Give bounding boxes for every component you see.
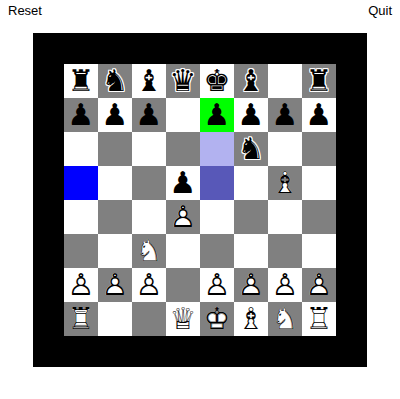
piece-outline: ♙ — [64, 268, 98, 302]
square-c4[interactable] — [132, 200, 166, 234]
square-d8[interactable]: ♛ — [166, 64, 200, 98]
piece-white-king[interactable]: ♚♔ — [200, 302, 234, 336]
piece-white-bishop[interactable]: ♝♗ — [234, 302, 268, 336]
square-b7[interactable]: ♟ — [98, 98, 132, 132]
square-d6[interactable] — [166, 132, 200, 166]
square-b8[interactable]: ♞ — [98, 64, 132, 98]
piece-black-king[interactable]: ♚ — [200, 64, 234, 98]
square-c6[interactable] — [132, 132, 166, 166]
piece-outline: ♙ — [302, 268, 336, 302]
piece-black-pawn[interactable]: ♟ — [268, 98, 302, 132]
piece-white-pawn[interactable]: ♟♙ — [268, 268, 302, 302]
square-a5[interactable] — [64, 166, 98, 200]
piece-white-queen[interactable]: ♛♕ — [166, 302, 200, 336]
square-h1[interactable]: ♜♖ — [302, 302, 336, 336]
square-g4[interactable] — [268, 200, 302, 234]
piece-white-rook[interactable]: ♜♖ — [64, 302, 98, 336]
square-e7[interactable]: ♟ — [200, 98, 234, 132]
piece-black-pawn[interactable]: ♟ — [302, 98, 336, 132]
piece-outline: ♙ — [268, 268, 302, 302]
square-h7[interactable]: ♟ — [302, 98, 336, 132]
square-h2[interactable]: ♟♙ — [302, 268, 336, 302]
square-d3[interactable] — [166, 234, 200, 268]
square-b5[interactable] — [98, 166, 132, 200]
piece-outline: ♖ — [64, 302, 98, 336]
piece-outline: ♙ — [98, 268, 132, 302]
square-b6[interactable] — [98, 132, 132, 166]
square-b2[interactable]: ♟♙ — [98, 268, 132, 302]
square-f4[interactable] — [234, 200, 268, 234]
piece-outline: ♖ — [302, 302, 336, 336]
piece-white-knight[interactable]: ♞♘ — [132, 234, 166, 268]
square-b1[interactable] — [98, 302, 132, 336]
square-f7[interactable]: ♟ — [234, 98, 268, 132]
piece-white-pawn[interactable]: ♟♙ — [64, 268, 98, 302]
square-c3[interactable]: ♞♘ — [132, 234, 166, 268]
square-b3[interactable] — [98, 234, 132, 268]
square-d1[interactable]: ♛♕ — [166, 302, 200, 336]
square-c2[interactable]: ♟♙ — [132, 268, 166, 302]
piece-outline: ♙ — [234, 268, 268, 302]
piece-white-pawn[interactable]: ♟♙ — [132, 268, 166, 302]
piece-black-bishop[interactable]: ♝ — [234, 64, 268, 98]
piece-white-knight[interactable]: ♞♘ — [268, 302, 302, 336]
piece-black-pawn[interactable]: ♟ — [234, 98, 268, 132]
piece-black-pawn[interactable]: ♟ — [64, 98, 98, 132]
piece-black-bishop[interactable]: ♝ — [132, 64, 166, 98]
square-h5[interactable] — [302, 166, 336, 200]
piece-outline: ♘ — [132, 234, 166, 268]
board: ♜♞♝♛♚♝♜♟♟♟♟♟♟♟♞♟♝♗♟♙♞♘♟♙♟♙♟♙♟♙♟♙♟♙♟♙♜♖♛♕… — [64, 64, 336, 336]
square-h8[interactable]: ♜ — [302, 64, 336, 98]
square-g1[interactable]: ♞♘ — [268, 302, 302, 336]
square-h3[interactable] — [302, 234, 336, 268]
piece-black-pawn[interactable]: ♟ — [166, 166, 200, 200]
square-d5[interactable]: ♟ — [166, 166, 200, 200]
square-g2[interactable]: ♟♙ — [268, 268, 302, 302]
piece-outline: ♗ — [268, 166, 302, 200]
square-e3[interactable] — [200, 234, 234, 268]
square-a3[interactable] — [64, 234, 98, 268]
square-e1[interactable]: ♚♔ — [200, 302, 234, 336]
piece-white-bishop[interactable]: ♝♗ — [268, 166, 302, 200]
square-f6[interactable]: ♞ — [234, 132, 268, 166]
square-c8[interactable]: ♝ — [132, 64, 166, 98]
piece-white-pawn[interactable]: ♟♙ — [166, 200, 200, 234]
square-g7[interactable]: ♟ — [268, 98, 302, 132]
square-a4[interactable] — [64, 200, 98, 234]
piece-outline: ♙ — [132, 268, 166, 302]
piece-black-knight[interactable]: ♞ — [98, 64, 132, 98]
square-d4[interactable]: ♟♙ — [166, 200, 200, 234]
piece-outline: ♗ — [234, 302, 268, 336]
reset-button[interactable]: Reset — [8, 3, 42, 18]
square-e8[interactable]: ♚ — [200, 64, 234, 98]
quit-button[interactable]: Quit — [368, 3, 392, 18]
square-c1[interactable] — [132, 302, 166, 336]
square-f3[interactable] — [234, 234, 268, 268]
square-e2[interactable]: ♟♙ — [200, 268, 234, 302]
square-a1[interactable]: ♜♖ — [64, 302, 98, 336]
piece-white-pawn[interactable]: ♟♙ — [234, 268, 268, 302]
piece-white-pawn[interactable]: ♟♙ — [302, 268, 336, 302]
square-c7[interactable]: ♟ — [132, 98, 166, 132]
piece-outline: ♙ — [166, 200, 200, 234]
square-b4[interactable] — [98, 200, 132, 234]
piece-white-pawn[interactable]: ♟♙ — [200, 268, 234, 302]
piece-black-pawn[interactable]: ♟ — [200, 98, 234, 132]
piece-white-rook[interactable]: ♜♖ — [302, 302, 336, 336]
square-f8[interactable]: ♝ — [234, 64, 268, 98]
square-f5[interactable] — [234, 166, 268, 200]
piece-outline: ♔ — [200, 302, 234, 336]
piece-black-pawn[interactable]: ♟ — [98, 98, 132, 132]
square-h4[interactable] — [302, 200, 336, 234]
square-a6[interactable] — [64, 132, 98, 166]
square-e5[interactable] — [200, 166, 234, 200]
square-a2[interactable]: ♟♙ — [64, 268, 98, 302]
square-g3[interactable] — [268, 234, 302, 268]
square-a7[interactable]: ♟ — [64, 98, 98, 132]
square-d7[interactable] — [166, 98, 200, 132]
piece-black-rook[interactable]: ♜ — [64, 64, 98, 98]
piece-white-pawn[interactable]: ♟♙ — [98, 268, 132, 302]
square-f2[interactable]: ♟♙ — [234, 268, 268, 302]
board-frame: ♜♞♝♛♚♝♜♟♟♟♟♟♟♟♞♟♝♗♟♙♞♘♟♙♟♙♟♙♟♙♟♙♟♙♟♙♜♖♛♕… — [33, 33, 367, 367]
piece-outline: ♘ — [268, 302, 302, 336]
piece-black-knight[interactable]: ♞ — [234, 132, 268, 166]
square-g5[interactable]: ♝♗ — [268, 166, 302, 200]
piece-outline: ♙ — [200, 268, 234, 302]
square-f1[interactable]: ♝♗ — [234, 302, 268, 336]
square-h6[interactable] — [302, 132, 336, 166]
piece-black-rook[interactable]: ♜ — [302, 64, 336, 98]
piece-black-pawn[interactable]: ♟ — [132, 98, 166, 132]
square-d2[interactable] — [166, 268, 200, 302]
square-a8[interactable]: ♜ — [64, 64, 98, 98]
square-g6[interactable] — [268, 132, 302, 166]
square-g8[interactable] — [268, 64, 302, 98]
piece-black-queen[interactable]: ♛ — [166, 64, 200, 98]
square-e6[interactable] — [200, 132, 234, 166]
square-c5[interactable] — [132, 166, 166, 200]
piece-outline: ♕ — [166, 302, 200, 336]
square-e4[interactable] — [200, 200, 234, 234]
